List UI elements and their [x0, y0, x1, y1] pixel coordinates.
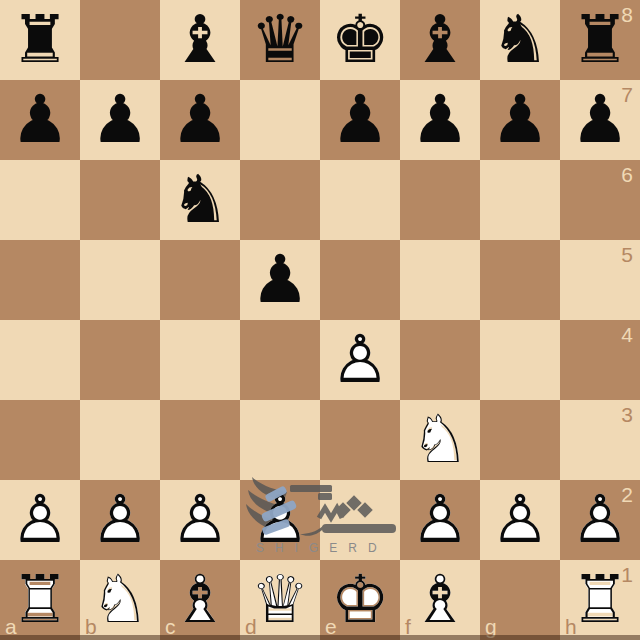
rank-label-7: 7 — [621, 83, 633, 107]
square-g3[interactable] — [480, 400, 560, 480]
square-c7[interactable]: ♟ — [160, 80, 240, 160]
square-f4[interactable] — [400, 320, 480, 400]
white-bishop[interactable]: ♝♗ — [400, 560, 480, 640]
square-f7[interactable]: ♟ — [400, 80, 480, 160]
square-e5[interactable] — [320, 240, 400, 320]
square-d8[interactable]: ♛ — [240, 0, 320, 80]
square-h3[interactable]: 3 — [560, 400, 640, 480]
square-c6[interactable]: ♞ — [160, 160, 240, 240]
square-f8[interactable]: ♝ — [400, 0, 480, 80]
white-knight[interactable]: ♞♘ — [400, 400, 480, 480]
white-pawn[interactable]: ♟♙ — [160, 480, 240, 560]
square-a7[interactable]: ♟ — [0, 80, 80, 160]
square-b3[interactable] — [80, 400, 160, 480]
square-e1[interactable]: ♚♔e — [320, 560, 400, 640]
black-pawn[interactable]: ♟ — [400, 80, 480, 160]
square-c5[interactable] — [160, 240, 240, 320]
square-e4[interactable]: ♟♙ — [320, 320, 400, 400]
square-e6[interactable] — [320, 160, 400, 240]
square-c2[interactable]: ♟♙ — [160, 480, 240, 560]
white-pawn[interactable]: ♟♙ — [400, 480, 480, 560]
white-pawn[interactable]: ♟♙ — [240, 480, 320, 560]
square-d5[interactable]: ♟ — [240, 240, 320, 320]
black-pawn[interactable]: ♟ — [480, 80, 560, 160]
square-f5[interactable] — [400, 240, 480, 320]
black-pawn[interactable]: ♟ — [160, 80, 240, 160]
black-bishop[interactable]: ♝ — [160, 0, 240, 80]
square-g6[interactable] — [480, 160, 560, 240]
rank-label-8: 8 — [621, 3, 633, 27]
rank-label-3: 3 — [621, 403, 633, 427]
rank-label-4: 4 — [621, 323, 633, 347]
square-d4[interactable] — [240, 320, 320, 400]
black-knight[interactable]: ♞ — [160, 160, 240, 240]
rank-label-1: 1 — [621, 563, 633, 587]
square-a2[interactable]: ♟♙ — [0, 480, 80, 560]
black-pawn[interactable]: ♟ — [240, 240, 320, 320]
square-e7[interactable]: ♟ — [320, 80, 400, 160]
black-knight[interactable]: ♞ — [480, 0, 560, 80]
square-e2[interactable] — [320, 480, 400, 560]
black-bishop[interactable]: ♝ — [400, 0, 480, 80]
white-pawn[interactable]: ♟♙ — [80, 480, 160, 560]
square-a6[interactable] — [0, 160, 80, 240]
square-b2[interactable]: ♟♙ — [80, 480, 160, 560]
square-f3[interactable]: ♞♘ — [400, 400, 480, 480]
square-b7[interactable]: ♟ — [80, 80, 160, 160]
square-b1[interactable]: ♞♘b — [80, 560, 160, 640]
square-h6[interactable]: 6 — [560, 160, 640, 240]
square-h2[interactable]: ♟♙2 — [560, 480, 640, 560]
square-d2[interactable]: ♟♙ — [240, 480, 320, 560]
square-b8[interactable] — [80, 0, 160, 80]
square-b4[interactable] — [80, 320, 160, 400]
black-pawn[interactable]: ♟ — [320, 80, 400, 160]
square-e3[interactable] — [320, 400, 400, 480]
black-pawn[interactable]: ♟ — [0, 80, 80, 160]
square-h8[interactable]: ♜8 — [560, 0, 640, 80]
square-c1[interactable]: ♝♗c — [160, 560, 240, 640]
chess-board: ♜♝♛♚♝♞♜8♟♟♟♟♟♟♟7♞6♟5♟♙4♞♘3♟♙♟♙♟♙♟♙♟♙♟♙♟♙… — [0, 0, 640, 640]
square-d6[interactable] — [240, 160, 320, 240]
square-e8[interactable]: ♚ — [320, 0, 400, 80]
rank-label-6: 6 — [621, 163, 633, 187]
rank-label-2: 2 — [621, 483, 633, 507]
square-h5[interactable]: 5 — [560, 240, 640, 320]
square-a5[interactable] — [0, 240, 80, 320]
square-c4[interactable] — [160, 320, 240, 400]
square-b5[interactable] — [80, 240, 160, 320]
square-f2[interactable]: ♟♙ — [400, 480, 480, 560]
square-a8[interactable]: ♜ — [0, 0, 80, 80]
square-h4[interactable]: 4 — [560, 320, 640, 400]
square-g4[interactable] — [480, 320, 560, 400]
square-f6[interactable] — [400, 160, 480, 240]
board-wrap: ♜♝♛♚♝♞♜8♟♟♟♟♟♟♟7♞6♟5♟♙4♞♘3♟♙♟♙♟♙♟♙♟♙♟♙♟♙… — [0, 0, 640, 640]
square-g5[interactable] — [480, 240, 560, 320]
rank-label-5: 5 — [621, 243, 633, 267]
white-pawn[interactable]: ♟♙ — [320, 320, 400, 400]
black-pawn[interactable]: ♟ — [80, 80, 160, 160]
square-h7[interactable]: ♟7 — [560, 80, 640, 160]
square-b6[interactable] — [80, 160, 160, 240]
white-pawn[interactable]: ♟♙ — [480, 480, 560, 560]
square-d3[interactable] — [240, 400, 320, 480]
square-c8[interactable]: ♝ — [160, 0, 240, 80]
black-rook[interactable]: ♜ — [0, 0, 80, 80]
square-d1[interactable]: ♛♕d — [240, 560, 320, 640]
square-c3[interactable] — [160, 400, 240, 480]
square-f1[interactable]: ♝♗f — [400, 560, 480, 640]
square-g7[interactable]: ♟ — [480, 80, 560, 160]
square-d7[interactable] — [240, 80, 320, 160]
square-g8[interactable]: ♞ — [480, 0, 560, 80]
black-queen[interactable]: ♛ — [240, 0, 320, 80]
white-pawn[interactable]: ♟♙ — [0, 480, 80, 560]
board-bottom-shadow — [0, 635, 640, 640]
square-g2[interactable]: ♟♙ — [480, 480, 560, 560]
black-king[interactable]: ♚ — [320, 0, 400, 80]
square-h1[interactable]: ♜♖1h — [560, 560, 640, 640]
square-g1[interactable]: g — [480, 560, 560, 640]
square-a3[interactable] — [0, 400, 80, 480]
square-a1[interactable]: ♜♖a — [0, 560, 80, 640]
square-a4[interactable] — [0, 320, 80, 400]
